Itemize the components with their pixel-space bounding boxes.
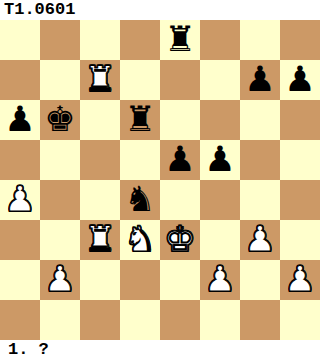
square-b1[interactable] (40, 300, 80, 340)
puzzle-id: T1.0601 (0, 0, 320, 20)
white-pawn: ♟ (244, 222, 275, 257)
square-b8[interactable] (40, 20, 80, 60)
square-a7[interactable] (0, 60, 40, 100)
chess-puzzle-page: T1.0601 ♜♜♟♟♟♚♜♟♟♟♞♜♞♚♟♟♟♟ 1. ? (0, 0, 320, 360)
square-b2[interactable]: ♟ (40, 260, 80, 300)
square-b4[interactable] (40, 180, 80, 220)
square-h4[interactable] (280, 180, 320, 220)
square-g4[interactable] (240, 180, 280, 220)
white-king: ♚ (164, 222, 195, 257)
square-g3[interactable]: ♟ (240, 220, 280, 260)
square-e8[interactable]: ♜ (160, 20, 200, 60)
square-c3[interactable]: ♜ (80, 220, 120, 260)
square-h6[interactable] (280, 100, 320, 140)
move-prompt: 1. ? (0, 340, 320, 360)
square-d5[interactable] (120, 140, 160, 180)
square-b5[interactable] (40, 140, 80, 180)
square-f1[interactable] (200, 300, 240, 340)
square-f3[interactable] (200, 220, 240, 260)
square-f5[interactable]: ♟ (200, 140, 240, 180)
square-a8[interactable] (0, 20, 40, 60)
square-d2[interactable] (120, 260, 160, 300)
square-f2[interactable]: ♟ (200, 260, 240, 300)
square-h8[interactable] (280, 20, 320, 60)
square-c7[interactable]: ♜ (80, 60, 120, 100)
square-e2[interactable] (160, 260, 200, 300)
black-pawn: ♟ (244, 62, 275, 97)
square-d3[interactable]: ♞ (120, 220, 160, 260)
square-a2[interactable] (0, 260, 40, 300)
square-h5[interactable] (280, 140, 320, 180)
square-e1[interactable] (160, 300, 200, 340)
black-rook: ♜ (124, 102, 155, 137)
square-d7[interactable] (120, 60, 160, 100)
square-f6[interactable] (200, 100, 240, 140)
square-g7[interactable]: ♟ (240, 60, 280, 100)
square-d6[interactable]: ♜ (120, 100, 160, 140)
black-pawn: ♟ (284, 62, 315, 97)
white-knight: ♞ (124, 222, 155, 257)
square-g8[interactable] (240, 20, 280, 60)
black-king: ♚ (44, 102, 75, 137)
square-e6[interactable] (160, 100, 200, 140)
square-c5[interactable] (80, 140, 120, 180)
square-g5[interactable] (240, 140, 280, 180)
square-a5[interactable] (0, 140, 40, 180)
square-a4[interactable]: ♟ (0, 180, 40, 220)
square-g1[interactable] (240, 300, 280, 340)
square-d1[interactable] (120, 300, 160, 340)
square-d4[interactable]: ♞ (120, 180, 160, 220)
square-b6[interactable]: ♚ (40, 100, 80, 140)
square-b7[interactable] (40, 60, 80, 100)
square-c8[interactable] (80, 20, 120, 60)
white-pawn: ♟ (4, 182, 35, 217)
square-f7[interactable] (200, 60, 240, 100)
square-e5[interactable]: ♟ (160, 140, 200, 180)
white-rook: ♜ (84, 62, 115, 97)
square-h2[interactable]: ♟ (280, 260, 320, 300)
square-b3[interactable] (40, 220, 80, 260)
square-h3[interactable] (280, 220, 320, 260)
white-rook: ♜ (84, 222, 115, 257)
square-e4[interactable] (160, 180, 200, 220)
square-c4[interactable] (80, 180, 120, 220)
black-knight: ♞ (124, 182, 155, 217)
square-e3[interactable]: ♚ (160, 220, 200, 260)
square-a1[interactable] (0, 300, 40, 340)
square-g2[interactable] (240, 260, 280, 300)
black-rook: ♜ (164, 22, 195, 57)
square-h7[interactable]: ♟ (280, 60, 320, 100)
square-g6[interactable] (240, 100, 280, 140)
black-pawn: ♟ (164, 142, 195, 177)
square-f8[interactable] (200, 20, 240, 60)
square-a3[interactable] (0, 220, 40, 260)
white-pawn: ♟ (204, 262, 235, 297)
square-e7[interactable] (160, 60, 200, 100)
square-d8[interactable] (120, 20, 160, 60)
white-pawn: ♟ (44, 262, 75, 297)
square-f4[interactable] (200, 180, 240, 220)
black-pawn: ♟ (4, 102, 35, 137)
black-pawn: ♟ (204, 142, 235, 177)
square-c6[interactable] (80, 100, 120, 140)
square-a6[interactable]: ♟ (0, 100, 40, 140)
chess-board: ♜♜♟♟♟♚♜♟♟♟♞♜♞♚♟♟♟♟ (0, 20, 320, 340)
square-c2[interactable] (80, 260, 120, 300)
square-h1[interactable] (280, 300, 320, 340)
white-pawn: ♟ (284, 262, 315, 297)
square-c1[interactable] (80, 300, 120, 340)
